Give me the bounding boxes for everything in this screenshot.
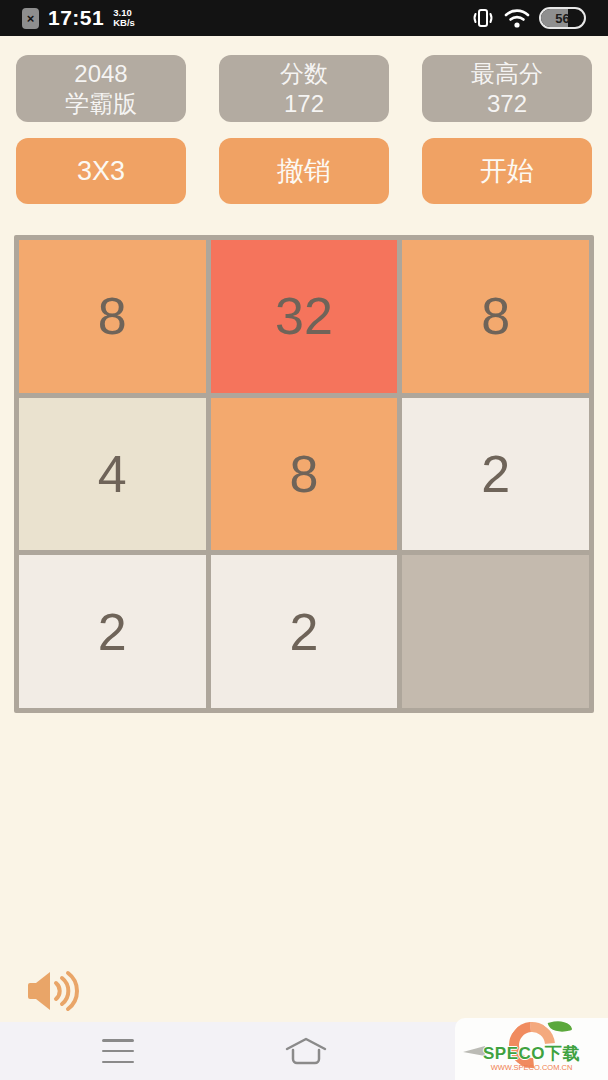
status-bar: × 17:51 3.10 KB/s (0, 0, 608, 36)
network-speed-unit: KB/s (113, 18, 135, 28)
start-button[interactable]: 开始 (422, 138, 592, 204)
grid-size-button[interactable]: 3X3 (16, 138, 186, 204)
battery-icon: 56 (539, 7, 586, 29)
sound-toggle-button[interactable] (26, 968, 80, 1014)
game-title-line1: 2048 (74, 59, 127, 89)
panel-score: 分数 172 (219, 55, 389, 122)
vibrate-icon (471, 6, 495, 30)
app-screen: × 17:51 3.10 KB/s (0, 0, 608, 1080)
tile-r1c2: 2 (402, 398, 589, 551)
home-icon[interactable] (284, 1036, 328, 1070)
undo-button[interactable]: 撤销 (219, 138, 389, 204)
score-label: 分数 (280, 59, 328, 89)
game-board[interactable]: 8 32 8 4 8 2 2 2 (14, 235, 594, 713)
tile-r2c1: 2 (211, 555, 398, 708)
wifi-icon (504, 7, 530, 29)
tile-r1c0: 4 (19, 398, 206, 551)
speco-watermark: SPECO下载 WWW.SPECO.COM.CN (455, 1018, 608, 1080)
tile-r1c1: 8 (211, 398, 398, 551)
no-sim-icon: × (22, 8, 39, 29)
tile-r0c0: 8 (19, 240, 206, 393)
watermark-url: WWW.SPECO.COM.CN (455, 1063, 608, 1072)
score-row: 2048 学霸版 分数 172 最高分 372 (16, 55, 592, 122)
clock-text: 17:51 (48, 6, 104, 30)
recents-menu-icon[interactable] (102, 1039, 134, 1063)
watermark-title: SPECO下载 (455, 1042, 608, 1065)
tile-r2c0: 2 (19, 555, 206, 708)
best-value: 372 (487, 89, 527, 119)
tile-r0c1: 32 (211, 240, 398, 393)
status-right: 56 (471, 6, 586, 30)
action-row: 3X3 撤销 开始 (16, 138, 592, 204)
status-left: × 17:51 3.10 KB/s (22, 6, 135, 30)
battery-percent: 56 (555, 11, 569, 26)
speaker-icon (26, 1002, 80, 1017)
game-title-line2: 学霸版 (65, 89, 137, 119)
score-value: 172 (284, 89, 324, 119)
tile-r2c2-empty (402, 555, 589, 708)
best-label: 最高分 (471, 59, 543, 89)
panel-game-title: 2048 学霸版 (16, 55, 186, 122)
panel-best-score: 最高分 372 (422, 55, 592, 122)
tile-r0c2: 8 (402, 240, 589, 393)
network-speed: 3.10 KB/s (113, 8, 135, 28)
